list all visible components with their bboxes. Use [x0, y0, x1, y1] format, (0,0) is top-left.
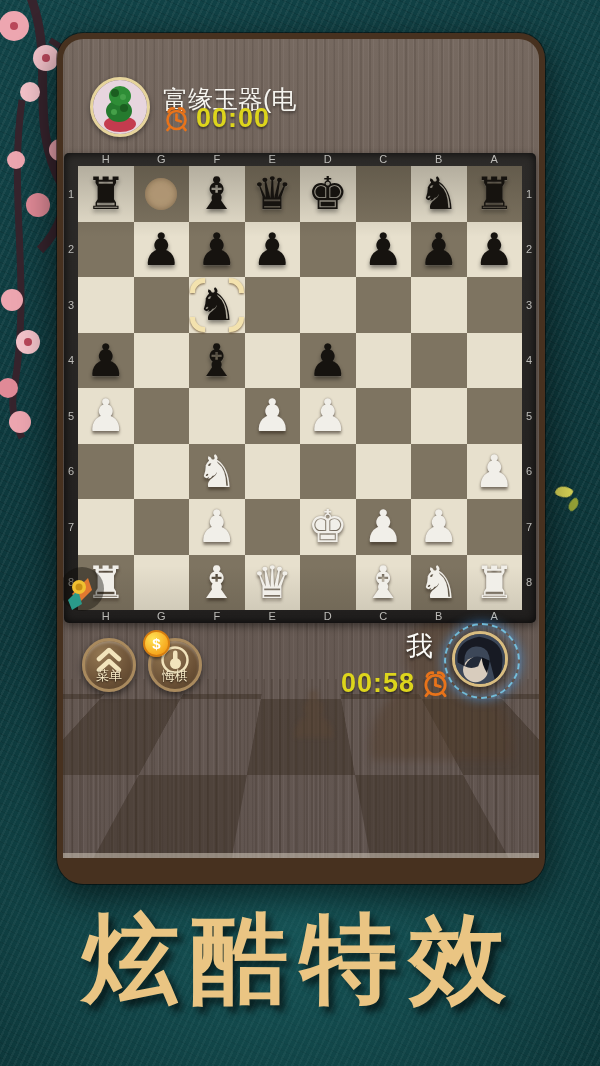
- file-label-F: F: [189, 610, 245, 623]
- file-label-B: B: [411, 153, 467, 166]
- rank-label-5: 5: [522, 410, 536, 422]
- rank-label-7: 7: [522, 521, 536, 533]
- file-label-D: D: [300, 610, 356, 623]
- piece-bN-B1[interactable]: ♞: [411, 166, 467, 222]
- square-D8[interactable]: [300, 555, 356, 611]
- piece-bP-G2[interactable]: ♟: [134, 222, 190, 278]
- opponent-avatar[interactable]: [90, 77, 150, 137]
- piece-wQ-E8[interactable]: ♛: [245, 555, 301, 611]
- square-B5[interactable]: [411, 388, 467, 444]
- piece-bR-H1[interactable]: ♜: [78, 166, 134, 222]
- piece-bQ-E1[interactable]: ♛: [245, 166, 301, 222]
- game-phone-panel: ♟ ♟ 富缘玉器(电: [57, 33, 545, 884]
- piece-bN-F3[interactable]: ♞: [189, 277, 245, 333]
- square-F5[interactable]: [189, 388, 245, 444]
- square-H2[interactable]: [78, 222, 134, 278]
- square-F6[interactable]: ♞: [189, 444, 245, 500]
- square-B8[interactable]: ♞: [411, 555, 467, 611]
- menu-button[interactable]: 菜单: [82, 638, 136, 692]
- square-F7[interactable]: ♟: [189, 499, 245, 555]
- square-C8[interactable]: ♝: [356, 555, 412, 611]
- piece-bP-F2[interactable]: ♟: [189, 222, 245, 278]
- player-time: 00:58: [341, 668, 415, 699]
- piece-bP-B2[interactable]: ♟: [411, 222, 467, 278]
- square-A6[interactable]: ♟: [467, 444, 523, 500]
- square-D2[interactable]: [300, 222, 356, 278]
- background-pawn-silhouette-small: ♟: [284, 683, 343, 749]
- square-H4[interactable]: ♟: [78, 333, 134, 389]
- rank-label-5: 5: [64, 410, 78, 422]
- file-label-E: E: [245, 153, 301, 166]
- square-E2[interactable]: ♟: [245, 222, 301, 278]
- falling-leaf: [566, 497, 582, 512]
- square-B4[interactable]: [411, 333, 467, 389]
- piece-wB-F8[interactable]: ♝: [189, 555, 245, 611]
- rank-label-1: 1: [64, 188, 78, 200]
- square-C3[interactable]: [356, 277, 412, 333]
- file-label-E: E: [245, 610, 301, 623]
- square-B1[interactable]: ♞: [411, 166, 467, 222]
- square-G4[interactable]: [134, 333, 190, 389]
- square-G8[interactable]: [134, 555, 190, 611]
- file-label-B: B: [411, 610, 467, 623]
- file-label-G: G: [134, 153, 190, 166]
- rank-label-7: 7: [64, 521, 78, 533]
- player-avatar-image: [455, 634, 505, 684]
- bird-decoration-icon: [58, 560, 104, 618]
- square-C2[interactable]: ♟: [356, 222, 412, 278]
- screen-bottom-edge: [63, 853, 539, 858]
- square-A8[interactable]: ♜: [467, 555, 523, 611]
- player-avatar[interactable]: [452, 631, 508, 687]
- piece-wP-H5[interactable]: ♟: [78, 388, 134, 444]
- square-F3[interactable]: ♞: [189, 277, 245, 333]
- file-label-D: D: [300, 153, 356, 166]
- piece-bP-E2[interactable]: ♟: [245, 222, 301, 278]
- rank-label-2: 2: [522, 243, 536, 255]
- piece-bP-D4[interactable]: ♟: [300, 333, 356, 389]
- piece-bP-A2[interactable]: ♟: [467, 222, 523, 278]
- square-B7[interactable]: ♟: [411, 499, 467, 555]
- piece-wP-C7[interactable]: ♟: [356, 499, 412, 555]
- square-H3[interactable]: [78, 277, 134, 333]
- piece-wN-F6[interactable]: ♞: [189, 444, 245, 500]
- square-C5[interactable]: [356, 388, 412, 444]
- opponent-time: 00:00: [196, 103, 270, 134]
- piece-wK-D7[interactable]: ♚: [300, 499, 356, 555]
- rank-label-2: 2: [64, 243, 78, 255]
- app-caption: 炫酷特效: [0, 898, 600, 1019]
- square-C4[interactable]: [356, 333, 412, 389]
- square-G5[interactable]: [134, 388, 190, 444]
- piece-wP-B7[interactable]: ♟: [411, 499, 467, 555]
- file-label-G: G: [134, 610, 190, 623]
- piece-bP-H4[interactable]: ♟: [78, 333, 134, 389]
- square-H6[interactable]: [78, 444, 134, 500]
- square-B3[interactable]: [411, 277, 467, 333]
- file-label-C: C: [356, 610, 412, 623]
- board-grid: ♜♝♛♚♞♜♟♟♟♟♟♟♞♟♝♟♟♟♟♞♟♟♚♟♟♜♝♛♝♞♜: [78, 166, 522, 610]
- piece-bB-F1[interactable]: ♝: [189, 166, 245, 222]
- piece-wR-A8[interactable]: ♜: [467, 555, 523, 611]
- opponent-clock: 00:00: [163, 103, 270, 134]
- square-B6[interactable]: [411, 444, 467, 500]
- square-G2[interactable]: ♟: [134, 222, 190, 278]
- rank-label-4: 4: [64, 354, 78, 366]
- square-F1[interactable]: ♝: [189, 166, 245, 222]
- square-A7[interactable]: [467, 499, 523, 555]
- square-D7[interactable]: ♚: [300, 499, 356, 555]
- square-A2[interactable]: ♟: [467, 222, 523, 278]
- player-name: 我: [406, 628, 433, 664]
- falling-leaf: [554, 483, 574, 501]
- move-origin-dot: [145, 178, 177, 210]
- rank-labels-right: 12345678: [522, 166, 536, 610]
- piece-bK-D1[interactable]: ♚: [300, 166, 356, 222]
- piece-wP-D5[interactable]: ♟: [300, 388, 356, 444]
- alarm-clock-icon: [163, 105, 190, 133]
- piece-bB-F4[interactable]: ♝: [189, 333, 245, 389]
- square-A4[interactable]: [467, 333, 523, 389]
- square-D1[interactable]: ♚: [300, 166, 356, 222]
- piece-bR-A1[interactable]: ♜: [467, 166, 523, 222]
- rank-label-1: 1: [522, 188, 536, 200]
- menu-button-label: 菜单: [85, 667, 133, 685]
- square-G3[interactable]: [134, 277, 190, 333]
- chess-board: HGFEDCBA 12345678 12345678 ♜♝♛♚♞♜♟♟♟♟♟♟♞…: [64, 153, 536, 623]
- rank-labels-left: 12345678: [64, 166, 78, 610]
- rank-label-3: 3: [64, 299, 78, 311]
- square-A5[interactable]: [467, 388, 523, 444]
- square-G1[interactable]: [134, 166, 190, 222]
- square-F2[interactable]: ♟: [189, 222, 245, 278]
- piece-wN-B8[interactable]: ♞: [411, 555, 467, 611]
- square-H7[interactable]: [78, 499, 134, 555]
- rank-label-4: 4: [522, 354, 536, 366]
- square-D5[interactable]: ♟: [300, 388, 356, 444]
- square-E3[interactable]: [245, 277, 301, 333]
- piece-wP-E5[interactable]: ♟: [245, 388, 301, 444]
- square-E1[interactable]: ♛: [245, 166, 301, 222]
- square-E5[interactable]: ♟: [245, 388, 301, 444]
- opponent-avatar-image: [93, 80, 147, 134]
- file-label-C: C: [356, 153, 412, 166]
- file-label-A: A: [467, 153, 523, 166]
- alarm-clock-icon: [421, 669, 450, 699]
- piece-wB-C8[interactable]: ♝: [356, 555, 412, 611]
- file-label-A: A: [467, 610, 523, 623]
- square-F4[interactable]: ♝: [189, 333, 245, 389]
- square-C1[interactable]: [356, 166, 412, 222]
- square-E4[interactable]: [245, 333, 301, 389]
- square-A3[interactable]: [467, 277, 523, 333]
- undo-button-label: 悔棋: [151, 667, 199, 685]
- piece-wP-A6[interactable]: ♟: [467, 444, 523, 500]
- square-C6[interactable]: [356, 444, 412, 500]
- file-label-F: F: [189, 153, 245, 166]
- square-D6[interactable]: [300, 444, 356, 500]
- rank-label-8: 8: [522, 576, 536, 588]
- file-labels-bottom: HGFEDCBA: [78, 610, 522, 623]
- file-labels-top: HGFEDCBA: [78, 153, 522, 166]
- square-E8[interactable]: ♛: [245, 555, 301, 611]
- coin-badge: $: [143, 630, 170, 657]
- rank-label-6: 6: [522, 465, 536, 477]
- square-G6[interactable]: [134, 444, 190, 500]
- game-screen: ♟ ♟ 富缘玉器(电: [63, 39, 539, 858]
- piece-bP-C2[interactable]: ♟: [356, 222, 412, 278]
- player-clock: 00:58: [341, 668, 450, 699]
- file-label-H: H: [78, 153, 134, 166]
- square-B2[interactable]: ♟: [411, 222, 467, 278]
- square-D4[interactable]: ♟: [300, 333, 356, 389]
- square-H5[interactable]: ♟: [78, 388, 134, 444]
- rank-label-3: 3: [522, 299, 536, 311]
- square-F8[interactable]: ♝: [189, 555, 245, 611]
- square-A1[interactable]: ♜: [467, 166, 523, 222]
- square-D3[interactable]: [300, 277, 356, 333]
- square-C7[interactable]: ♟: [356, 499, 412, 555]
- rank-label-6: 6: [64, 465, 78, 477]
- piece-wP-F7[interactable]: ♟: [189, 499, 245, 555]
- square-H1[interactable]: ♜: [78, 166, 134, 222]
- square-E7[interactable]: [245, 499, 301, 555]
- square-G7[interactable]: [134, 499, 190, 555]
- square-E6[interactable]: [245, 444, 301, 500]
